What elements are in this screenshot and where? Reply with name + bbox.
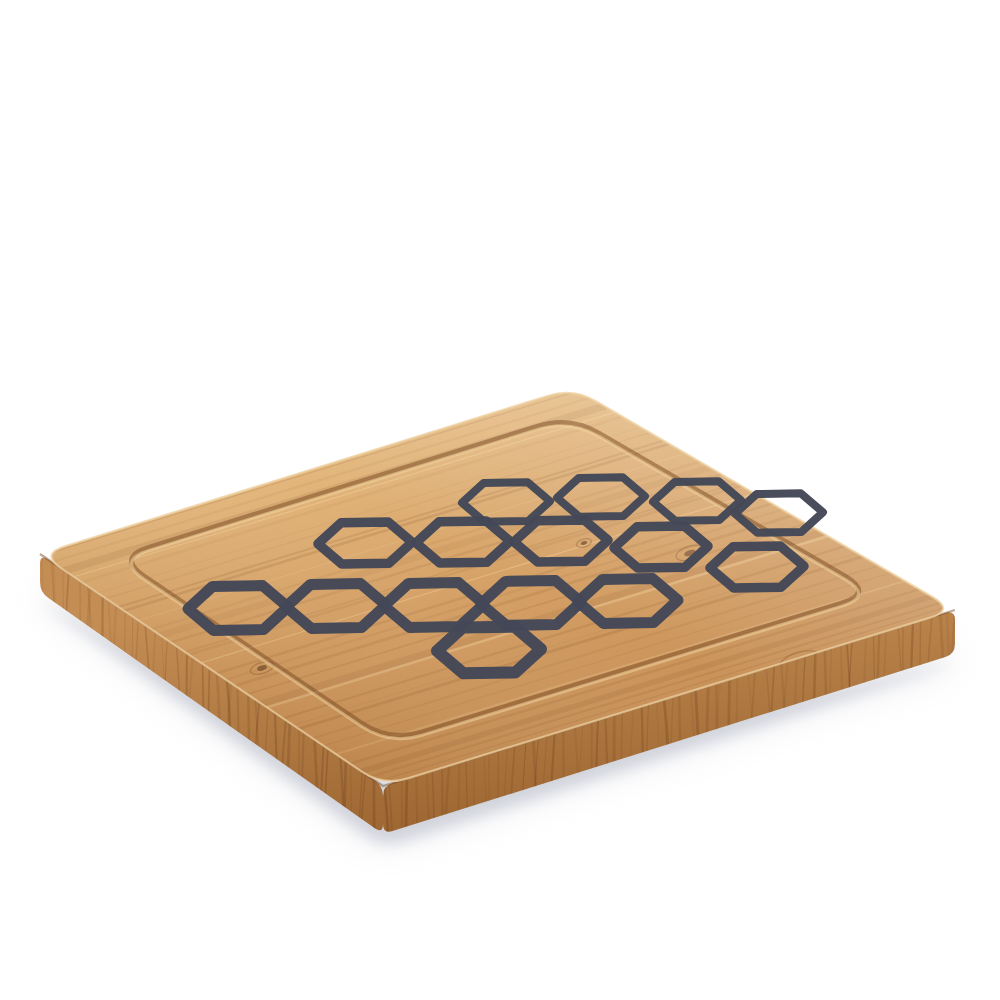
cutting-board-photo (0, 0, 1000, 1000)
board-top-surface (0, 143, 1000, 1000)
side-grain-line (102, 589, 103, 659)
side-grain-line (53, 558, 55, 628)
product-photo-scene (0, 0, 1000, 1000)
